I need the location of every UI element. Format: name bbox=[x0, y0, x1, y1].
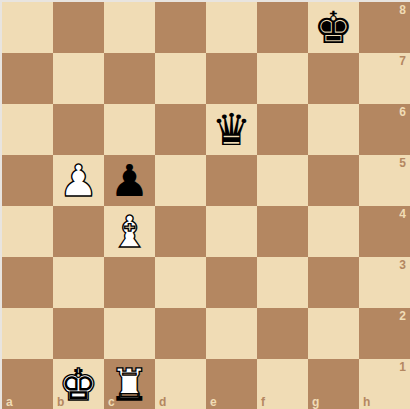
square-a3[interactable] bbox=[2, 257, 53, 308]
square-a5[interactable] bbox=[2, 155, 53, 206]
square-a7[interactable] bbox=[2, 53, 53, 104]
square-f4[interactable] bbox=[257, 206, 308, 257]
square-d7[interactable] bbox=[155, 53, 206, 104]
piece-black-queen[interactable]: ♛ bbox=[206, 104, 257, 155]
square-c4[interactable]: ♝ bbox=[104, 206, 155, 257]
square-b2[interactable] bbox=[53, 308, 104, 359]
square-c7[interactable] bbox=[104, 53, 155, 104]
rank-label-5: 5 bbox=[399, 157, 406, 170]
piece-white-rook[interactable]: ♜ bbox=[104, 359, 155, 409]
square-g8[interactable]: ♚ bbox=[308, 2, 359, 53]
file-label-h: h bbox=[363, 396, 370, 409]
file-label-e: e bbox=[210, 396, 217, 409]
square-c6[interactable] bbox=[104, 104, 155, 155]
chess-board: ♚87♛6♟♟5♝432ab♚c♜defg1h bbox=[0, 0, 410, 409]
square-g2[interactable] bbox=[308, 308, 359, 359]
square-f2[interactable] bbox=[257, 308, 308, 359]
rank-label-1: 1 bbox=[399, 361, 406, 374]
square-f6[interactable] bbox=[257, 104, 308, 155]
piece-black-pawn[interactable]: ♟ bbox=[104, 155, 155, 206]
rank-label-6: 6 bbox=[399, 106, 406, 119]
square-d3[interactable] bbox=[155, 257, 206, 308]
square-c5[interactable]: ♟ bbox=[104, 155, 155, 206]
square-g6[interactable] bbox=[308, 104, 359, 155]
rank-label-2: 2 bbox=[399, 310, 406, 323]
square-h5[interactable]: 5 bbox=[359, 155, 410, 206]
rank-label-4: 4 bbox=[399, 208, 406, 221]
square-g4[interactable] bbox=[308, 206, 359, 257]
square-d2[interactable] bbox=[155, 308, 206, 359]
square-h3[interactable]: 3 bbox=[359, 257, 410, 308]
square-b4[interactable] bbox=[53, 206, 104, 257]
rank-label-8: 8 bbox=[399, 4, 406, 17]
square-a1[interactable]: a bbox=[2, 359, 53, 409]
square-e6[interactable]: ♛ bbox=[206, 104, 257, 155]
square-e8[interactable] bbox=[206, 2, 257, 53]
square-d1[interactable]: d bbox=[155, 359, 206, 409]
square-e5[interactable] bbox=[206, 155, 257, 206]
square-e4[interactable] bbox=[206, 206, 257, 257]
square-d6[interactable] bbox=[155, 104, 206, 155]
file-label-f: f bbox=[261, 396, 265, 409]
piece-white-pawn[interactable]: ♟ bbox=[53, 155, 104, 206]
square-f8[interactable] bbox=[257, 2, 308, 53]
square-g7[interactable] bbox=[308, 53, 359, 104]
square-h1[interactable]: 1h bbox=[359, 359, 410, 409]
square-f1[interactable]: f bbox=[257, 359, 308, 409]
piece-white-bishop[interactable]: ♝ bbox=[104, 206, 155, 257]
file-label-a: a bbox=[6, 396, 13, 409]
square-b7[interactable] bbox=[53, 53, 104, 104]
square-b5[interactable]: ♟ bbox=[53, 155, 104, 206]
square-c3[interactable] bbox=[104, 257, 155, 308]
square-c2[interactable] bbox=[104, 308, 155, 359]
square-c1[interactable]: c♜ bbox=[104, 359, 155, 409]
piece-white-king[interactable]: ♚ bbox=[53, 359, 104, 409]
file-label-d: d bbox=[159, 396, 166, 409]
square-e2[interactable] bbox=[206, 308, 257, 359]
square-c8[interactable] bbox=[104, 2, 155, 53]
square-e3[interactable] bbox=[206, 257, 257, 308]
file-label-g: g bbox=[312, 396, 319, 409]
square-g3[interactable] bbox=[308, 257, 359, 308]
square-e1[interactable]: e bbox=[206, 359, 257, 409]
square-a4[interactable] bbox=[2, 206, 53, 257]
rank-label-7: 7 bbox=[399, 55, 406, 68]
square-b1[interactable]: b♚ bbox=[53, 359, 104, 409]
square-b3[interactable] bbox=[53, 257, 104, 308]
square-g1[interactable]: g bbox=[308, 359, 359, 409]
square-b8[interactable] bbox=[53, 2, 104, 53]
piece-black-king[interactable]: ♚ bbox=[308, 2, 359, 53]
square-h7[interactable]: 7 bbox=[359, 53, 410, 104]
square-b6[interactable] bbox=[53, 104, 104, 155]
square-d5[interactable] bbox=[155, 155, 206, 206]
square-a6[interactable] bbox=[2, 104, 53, 155]
square-a2[interactable] bbox=[2, 308, 53, 359]
square-d8[interactable] bbox=[155, 2, 206, 53]
square-h2[interactable]: 2 bbox=[359, 308, 410, 359]
square-a8[interactable] bbox=[2, 2, 53, 53]
square-f3[interactable] bbox=[257, 257, 308, 308]
square-h6[interactable]: 6 bbox=[359, 104, 410, 155]
square-f5[interactable] bbox=[257, 155, 308, 206]
rank-label-3: 3 bbox=[399, 259, 406, 272]
square-h8[interactable]: 8 bbox=[359, 2, 410, 53]
square-f7[interactable] bbox=[257, 53, 308, 104]
square-g5[interactable] bbox=[308, 155, 359, 206]
square-h4[interactable]: 4 bbox=[359, 206, 410, 257]
square-e7[interactable] bbox=[206, 53, 257, 104]
square-d4[interactable] bbox=[155, 206, 206, 257]
